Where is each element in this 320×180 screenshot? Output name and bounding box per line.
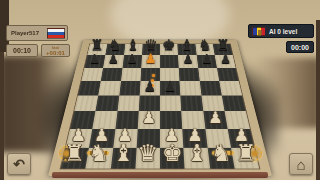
ai-name: AI 0 level [269,28,297,35]
piece-white-rook-a1[interactable]: ♜ [64,142,85,165]
piece-black-pawn-h7[interactable]: ♟ [220,53,231,65]
player-panel: Player517 [6,25,68,41]
last-move-ghost-pawn-d7[interactable]: ♟ [145,52,157,65]
piece-white-queen-d1[interactable]: ♛ [137,142,158,165]
board-front-edge [52,172,268,178]
piece-white-rook-h1[interactable]: ♜ [235,142,256,165]
ai-clock: 00:00 [286,41,314,53]
piece-white-pawn-g3[interactable]: ♟ [208,110,222,126]
background-edge-right [316,20,320,180]
player-name: Player517 [11,30,39,36]
undo-icon: ↶ [13,157,25,171]
piece-white-knight-b1[interactable]: ♞ [88,142,109,165]
moldova-flag-icon [252,27,266,36]
piece-white-pawn-d3[interactable]: ♟ [142,110,156,126]
russia-flag-icon [47,28,65,39]
ai-panel: AI 0 level [248,24,314,38]
player-clock: 00:10 [6,44,38,57]
increment-box: last +00:01 [41,44,70,57]
piece-white-bishop-f1[interactable]: ♝ [186,142,207,165]
undo-button[interactable]: ↶ [7,153,31,175]
player-clock-value: 00:10 [13,47,31,54]
piece-black-pawn-g7[interactable]: ♟ [201,53,212,65]
piece-white-king-e1[interactable]: ♚ [162,142,183,165]
piece-white-bishop-c1[interactable]: ♝ [113,142,134,165]
home-icon: ⌂ [296,157,305,172]
piece-black-pawn-d5[interactable]: ♟ [144,79,157,93]
piece-black-king-e8[interactable]: ♚ [162,38,175,53]
piece-black-pawn-f7[interactable]: ♟ [182,53,193,65]
home-button[interactable]: ⌂ [289,153,313,175]
piece-black-pawn-e5[interactable]: ♟ [164,79,177,93]
piece-black-pawn-c7[interactable]: ♟ [126,53,137,65]
game-screen: ♜♞♝♛♚♝♞♜♟♟♟♟♟♟♟♟♟♟♟♟♟♟♟♟♜♞♝♛♚♝♞♜♟ Player… [0,0,320,180]
piece-white-knight-g1[interactable]: ♞ [211,142,232,165]
ai-clock-value: 00:00 [291,44,309,51]
piece-black-pawn-b7[interactable]: ♟ [108,53,119,65]
background-edge-left [0,52,4,180]
increment-value: +00:01 [46,50,65,56]
piece-black-pawn-a7[interactable]: ♟ [89,53,100,65]
